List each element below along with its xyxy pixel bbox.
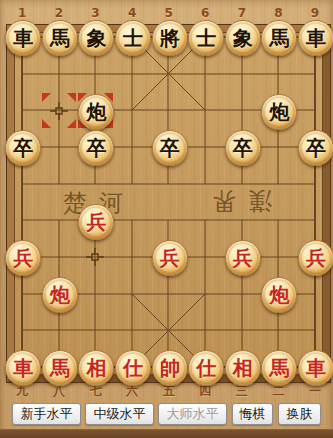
black-piece-將[interactable]: 將 xyxy=(152,20,188,56)
board-point: 炮 xyxy=(260,92,297,129)
board-point: 車 xyxy=(4,19,41,56)
board-point: 相 xyxy=(77,349,114,386)
board-point: 士 xyxy=(114,19,151,56)
file-label-bottom-8: 二 xyxy=(260,384,297,398)
black-piece-卒[interactable]: 卒 xyxy=(78,130,114,166)
black-piece-士[interactable]: 士 xyxy=(188,20,224,56)
black-piece-馬[interactable]: 馬 xyxy=(42,20,78,56)
board-point: 卒 xyxy=(150,129,187,166)
file-label-bottom-3: 七 xyxy=(77,384,114,398)
red-piece-炮[interactable]: 炮 xyxy=(261,277,297,313)
red-piece-炮[interactable]: 炮 xyxy=(42,277,78,313)
black-piece-卒[interactable]: 卒 xyxy=(5,130,41,166)
board-point: 卒 xyxy=(224,129,261,166)
board-point: 炮 xyxy=(260,275,297,312)
file-label-top-7: 7 xyxy=(224,6,261,20)
black-piece-士[interactable]: 士 xyxy=(115,20,151,56)
bottom-coordinate-labels: 九八七六五四三二一 xyxy=(4,384,333,398)
board-grid: 車馬象士將士象馬車炮炮卒卒卒卒卒兵兵兵兵兵炮炮車馬相仕帥仕相馬車 xyxy=(4,19,333,385)
red-piece-馬[interactable]: 馬 xyxy=(42,350,78,386)
file-label-top-5: 5 xyxy=(150,6,187,20)
board-point: 兵 xyxy=(77,202,114,239)
board-point: 馬 xyxy=(260,19,297,56)
board-point: 兵 xyxy=(224,239,261,276)
point-cross-icon xyxy=(50,102,68,124)
red-piece-兵[interactable]: 兵 xyxy=(152,240,188,276)
board-point: 象 xyxy=(224,19,261,56)
board-point: 卒 xyxy=(4,129,41,166)
file-label-bottom-4: 六 xyxy=(114,384,151,398)
file-label-top-1: 1 xyxy=(4,6,41,20)
file-label-bottom-5: 五 xyxy=(150,384,187,398)
black-piece-卒[interactable]: 卒 xyxy=(298,130,333,166)
point-cross-icon xyxy=(86,248,104,270)
file-label-top-9: 9 xyxy=(297,6,333,20)
file-label-top-2: 2 xyxy=(41,6,78,20)
file-label-top-6: 6 xyxy=(187,6,224,20)
button-novice-level[interactable]: 新手水平 xyxy=(12,403,81,425)
board-point: 馬 xyxy=(41,19,78,56)
red-piece-帥[interactable]: 帥 xyxy=(152,350,188,386)
red-piece-兵[interactable]: 兵 xyxy=(298,240,333,276)
red-piece-仕[interactable]: 仕 xyxy=(115,350,151,386)
board-point: 兵 xyxy=(297,239,333,276)
red-piece-相[interactable]: 相 xyxy=(225,350,261,386)
black-piece-車[interactable]: 車 xyxy=(5,20,41,56)
button-change-skin[interactable]: 换肤 xyxy=(278,403,321,425)
black-piece-卒[interactable]: 卒 xyxy=(225,130,261,166)
board-point: 仕 xyxy=(114,349,151,386)
red-piece-相[interactable]: 相 xyxy=(78,350,114,386)
point-marker xyxy=(77,239,114,276)
top-coordinate-labels: 123456789 xyxy=(4,6,333,20)
button-master-level[interactable]: 大师水平 xyxy=(158,403,227,425)
board-point: 兵 xyxy=(150,239,187,276)
board-point: 馬 xyxy=(260,349,297,386)
black-piece-象[interactable]: 象 xyxy=(78,20,114,56)
board-point: 車 xyxy=(297,19,333,56)
board-point: 馬 xyxy=(41,349,78,386)
file-label-top-3: 3 xyxy=(77,6,114,20)
board-point: 帥 xyxy=(150,349,187,386)
board-point: 車 xyxy=(4,349,41,386)
black-piece-馬[interactable]: 馬 xyxy=(261,20,297,56)
red-piece-兵[interactable]: 兵 xyxy=(78,204,114,240)
red-piece-車[interactable]: 車 xyxy=(298,350,333,386)
button-undo-move[interactable]: 悔棋 xyxy=(232,403,273,425)
red-piece-兵[interactable]: 兵 xyxy=(225,240,261,276)
red-piece-馬[interactable]: 馬 xyxy=(261,350,297,386)
file-label-bottom-2: 八 xyxy=(41,384,78,398)
board-point: 車 xyxy=(297,349,333,386)
button-intermediate-level[interactable]: 中级水平 xyxy=(85,403,154,425)
file-label-top-8: 8 xyxy=(260,6,297,20)
red-piece-車[interactable]: 車 xyxy=(5,350,41,386)
black-piece-車[interactable]: 車 xyxy=(298,20,333,56)
board-point: 相 xyxy=(224,349,261,386)
red-piece-仕[interactable]: 仕 xyxy=(188,350,224,386)
bottom-wood-strip xyxy=(0,429,333,438)
black-piece-炮[interactable]: 炮 xyxy=(261,94,297,130)
board-point: 卒 xyxy=(77,129,114,166)
board-point: 象 xyxy=(77,19,114,56)
board-point: 卒 xyxy=(297,129,333,166)
black-piece-卒[interactable]: 卒 xyxy=(152,130,188,166)
board-point: 兵 xyxy=(4,239,41,276)
red-piece-兵[interactable]: 兵 xyxy=(5,240,41,276)
file-label-bottom-7: 三 xyxy=(224,384,261,398)
black-piece-象[interactable]: 象 xyxy=(225,20,261,56)
black-piece-炮[interactable]: 炮 xyxy=(78,94,114,130)
board-point: 將 xyxy=(150,19,187,56)
board-point: 仕 xyxy=(187,349,224,386)
file-label-bottom-9: 一 xyxy=(297,384,333,398)
file-label-bottom-6: 四 xyxy=(187,384,224,398)
file-label-bottom-1: 九 xyxy=(4,384,41,398)
xiangqi-app: 123456789 楚河 xyxy=(0,0,333,438)
board-point: 炮 xyxy=(41,275,78,312)
file-label-top-4: 4 xyxy=(114,6,151,20)
board-point: 士 xyxy=(187,19,224,56)
